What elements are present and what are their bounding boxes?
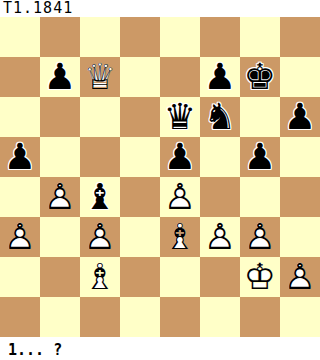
square-g8[interactable] [240, 17, 280, 57]
square-e8[interactable] [160, 17, 200, 57]
square-b8[interactable] [40, 17, 80, 57]
square-c2[interactable]: ♝♗ [80, 257, 120, 297]
move-prompt: 1... ? [0, 341, 320, 359]
white-pawn-icon[interactable]: ♟♙ [280, 257, 320, 297]
square-c5[interactable] [80, 137, 120, 177]
square-h3[interactable] [280, 217, 320, 257]
square-b7[interactable]: ♟ [40, 57, 80, 97]
square-d8[interactable] [120, 17, 160, 57]
square-e5[interactable]: ♟ [160, 137, 200, 177]
chess-puzzle-page: T1.1841 ♟♛♕♟♚♛♞♟♟♟♟♟♙♝♟♙♟♙♟♙♝♗♟♙♟♙♝♗♚♔♟♙… [0, 0, 320, 360]
square-f3[interactable]: ♟♙ [200, 217, 240, 257]
square-c3[interactable]: ♟♙ [80, 217, 120, 257]
square-c8[interactable] [80, 17, 120, 57]
square-c1[interactable] [80, 297, 120, 337]
square-d4[interactable] [120, 177, 160, 217]
black-pawn-icon[interactable]: ♟ [40, 57, 80, 97]
piece-outline-layer: ♙ [40, 177, 80, 217]
piece-fill-layer: ♟ [40, 57, 80, 97]
white-queen-icon[interactable]: ♛♕ [80, 57, 120, 97]
square-a7[interactable] [0, 57, 40, 97]
piece-outline-layer: ♙ [280, 257, 320, 297]
white-pawn-icon[interactable]: ♟♙ [200, 217, 240, 257]
piece-outline-layer: ♕ [80, 57, 120, 97]
square-e7[interactable] [160, 57, 200, 97]
piece-fill-layer: ♞ [200, 97, 240, 137]
piece-fill-layer: ♛ [160, 97, 200, 137]
square-c6[interactable] [80, 97, 120, 137]
square-d3[interactable] [120, 217, 160, 257]
square-b2[interactable] [40, 257, 80, 297]
square-b5[interactable] [40, 137, 80, 177]
square-f8[interactable] [200, 17, 240, 57]
square-g6[interactable] [240, 97, 280, 137]
white-bishop-icon[interactable]: ♝♗ [160, 217, 200, 257]
black-pawn-icon[interactable]: ♟ [160, 137, 200, 177]
black-pawn-icon[interactable]: ♟ [0, 137, 40, 177]
piece-outline-layer: ♗ [80, 257, 120, 297]
black-pawn-icon[interactable]: ♟ [200, 57, 240, 97]
piece-outline-layer: ♗ [160, 217, 200, 257]
square-e2[interactable] [160, 257, 200, 297]
square-a6[interactable] [0, 97, 40, 137]
piece-fill-layer: ♟ [280, 97, 320, 137]
square-a1[interactable] [0, 297, 40, 337]
black-pawn-icon[interactable]: ♟ [280, 97, 320, 137]
puzzle-id: T1.1841 [0, 0, 320, 17]
square-e1[interactable] [160, 297, 200, 337]
square-a3[interactable]: ♟♙ [0, 217, 40, 257]
square-f7[interactable]: ♟ [200, 57, 240, 97]
piece-outline-layer: ♙ [200, 217, 240, 257]
piece-outline-layer: ♙ [160, 177, 200, 217]
square-e3[interactable]: ♝♗ [160, 217, 200, 257]
black-queen-icon[interactable]: ♛ [160, 97, 200, 137]
square-c7[interactable]: ♛♕ [80, 57, 120, 97]
square-g3[interactable]: ♟♙ [240, 217, 280, 257]
square-b4[interactable]: ♟♙ [40, 177, 80, 217]
square-h5[interactable] [280, 137, 320, 177]
square-h6[interactable]: ♟ [280, 97, 320, 137]
piece-fill-layer: ♟ [0, 137, 40, 177]
square-a4[interactable] [0, 177, 40, 217]
square-f6[interactable]: ♞ [200, 97, 240, 137]
piece-outline-layer: ♙ [0, 217, 40, 257]
square-a5[interactable]: ♟ [0, 137, 40, 177]
square-g1[interactable] [240, 297, 280, 337]
square-a2[interactable] [0, 257, 40, 297]
white-pawn-icon[interactable]: ♟♙ [240, 217, 280, 257]
square-d7[interactable] [120, 57, 160, 97]
piece-fill-layer: ♟ [240, 137, 280, 177]
white-pawn-icon[interactable]: ♟♙ [80, 217, 120, 257]
square-h7[interactable] [280, 57, 320, 97]
square-b6[interactable] [40, 97, 80, 137]
square-d5[interactable] [120, 137, 160, 177]
piece-fill-layer: ♚ [240, 57, 280, 97]
square-d1[interactable] [120, 297, 160, 337]
square-g4[interactable] [240, 177, 280, 217]
square-f4[interactable] [200, 177, 240, 217]
square-f5[interactable] [200, 137, 240, 177]
white-pawn-icon[interactable]: ♟♙ [160, 177, 200, 217]
black-pawn-icon[interactable]: ♟ [240, 137, 280, 177]
square-d6[interactable] [120, 97, 160, 137]
square-g7[interactable]: ♚ [240, 57, 280, 97]
chess-board: ♟♛♕♟♚♛♞♟♟♟♟♟♙♝♟♙♟♙♟♙♝♗♟♙♟♙♝♗♚♔♟♙ [0, 17, 320, 337]
square-e6[interactable]: ♛ [160, 97, 200, 137]
square-b1[interactable] [40, 297, 80, 337]
square-g2[interactable]: ♚♔ [240, 257, 280, 297]
square-a8[interactable] [0, 17, 40, 57]
white-bishop-icon[interactable]: ♝♗ [80, 257, 120, 297]
square-d2[interactable] [120, 257, 160, 297]
black-knight-icon[interactable]: ♞ [200, 97, 240, 137]
black-king-icon[interactable]: ♚ [240, 57, 280, 97]
white-king-icon[interactable]: ♚♔ [240, 257, 280, 297]
square-f2[interactable] [200, 257, 240, 297]
square-b3[interactable] [40, 217, 80, 257]
black-bishop-icon[interactable]: ♝ [80, 177, 120, 217]
piece-fill-layer: ♝ [80, 177, 120, 217]
piece-fill-layer: ♟ [160, 137, 200, 177]
square-h2[interactable]: ♟♙ [280, 257, 320, 297]
square-h1[interactable] [280, 297, 320, 337]
piece-fill-layer: ♟ [200, 57, 240, 97]
square-f1[interactable] [200, 297, 240, 337]
piece-outline-layer: ♔ [240, 257, 280, 297]
square-e4[interactable]: ♟♙ [160, 177, 200, 217]
square-h8[interactable] [280, 17, 320, 57]
white-pawn-icon[interactable]: ♟♙ [40, 177, 80, 217]
piece-outline-layer: ♙ [240, 217, 280, 257]
square-g5[interactable]: ♟ [240, 137, 280, 177]
piece-outline-layer: ♙ [80, 217, 120, 257]
white-pawn-icon[interactable]: ♟♙ [0, 217, 40, 257]
square-h4[interactable] [280, 177, 320, 217]
square-c4[interactable]: ♝ [80, 177, 120, 217]
